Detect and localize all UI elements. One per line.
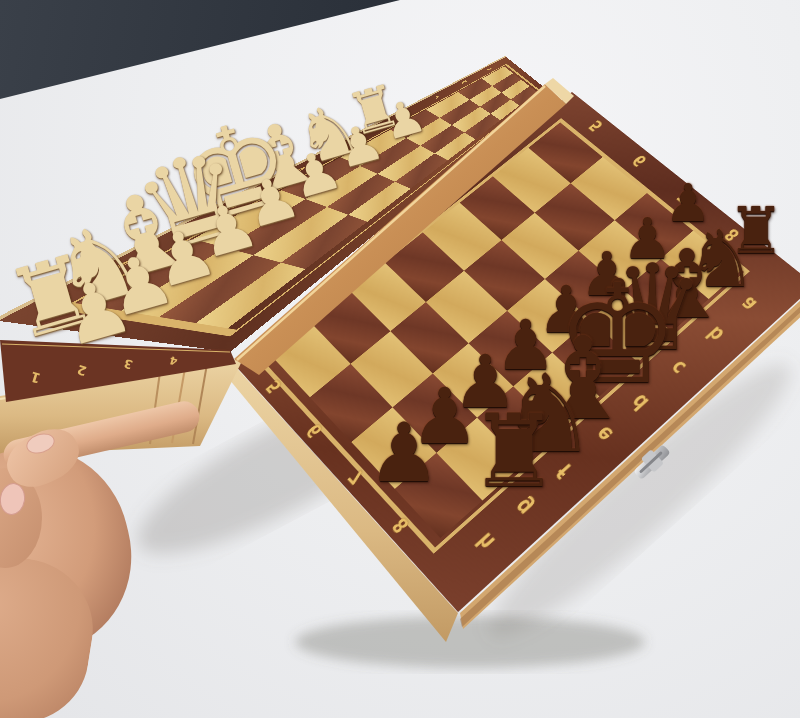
piece-black-rook-h8[interactable]: ♜ — [469, 401, 559, 502]
scene: 55667788abcdefgh abcdefgh — [0, 0, 800, 718]
piece-black-pawn-h7[interactable]: ♟ — [368, 412, 441, 493]
